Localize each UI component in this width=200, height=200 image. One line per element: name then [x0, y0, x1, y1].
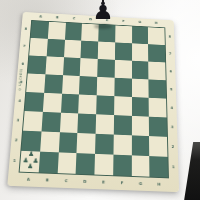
- coordinate-label: C: [66, 17, 83, 21]
- dark-corner-object: [182, 142, 200, 200]
- square-a2: [21, 131, 41, 152]
- square-b3: [41, 112, 60, 132]
- square-d5: [79, 76, 97, 95]
- square-b2: [40, 131, 60, 152]
- square-g6: [132, 61, 149, 80]
- square-b5: [44, 74, 63, 93]
- square-b1: [38, 152, 58, 173]
- square-g5: [132, 79, 149, 98]
- square-g4: [131, 97, 149, 117]
- coordinate-label: G: [131, 182, 149, 187]
- square-c4: [61, 94, 80, 114]
- square-a6: [28, 55, 47, 74]
- coordinate-label: 4: [16, 92, 23, 111]
- vinyl-mat-perspective-wrap: ABCDEFGH ABCDEFGH 87654321 87654321 © US…: [7, 12, 179, 192]
- four-pawn-logo: ♟ ♟ ♟ ♟: [22, 151, 40, 172]
- coordinate-label: 2: [170, 137, 176, 157]
- coordinate-label: 8: [167, 28, 173, 45]
- coordinate-label: H: [150, 182, 168, 187]
- logo-pawn-icon: ♟: [27, 163, 34, 170]
- square-d3: [78, 113, 97, 133]
- photo-of-chessboard: ABCDEFGH ABCDEFGH 87654321 87654321 © US…: [0, 0, 200, 200]
- square-e5: [97, 77, 115, 96]
- square-c2: [58, 132, 77, 153]
- square-a7: [29, 38, 47, 56]
- square-g7: [132, 43, 149, 61]
- square-h2: [149, 136, 167, 157]
- coordinate-label: 3: [169, 118, 175, 138]
- coordinate-label: B: [38, 178, 57, 183]
- square-d1: [76, 153, 95, 174]
- square-d7: [81, 41, 99, 59]
- square-d4: [78, 94, 96, 114]
- coordinate-label: F: [115, 19, 131, 23]
- coordinate-label: 7: [167, 45, 173, 63]
- vinyl-chess-mat: ABCDEFGH ABCDEFGH 87654321 87654321 © US…: [7, 12, 179, 192]
- square-d6: [80, 58, 98, 77]
- coordinate-label: 4: [169, 99, 175, 118]
- square-a3: [23, 111, 43, 131]
- coordinate-label: C: [57, 179, 76, 184]
- square-f2: [113, 135, 131, 156]
- square-a4: [25, 92, 44, 112]
- square-e3: [96, 114, 114, 134]
- square-g3: [131, 116, 149, 136]
- square-f4: [114, 96, 132, 116]
- square-f1: [113, 155, 131, 176]
- square-a5: [26, 73, 45, 92]
- coordinate-label: E: [94, 180, 113, 185]
- square-g8: [132, 26, 149, 44]
- coordinate-label: B: [49, 16, 66, 20]
- square-h6: [148, 62, 165, 81]
- brand-edge-text: © US CHESS: [17, 53, 27, 91]
- square-f8: [115, 25, 132, 43]
- square-g2: [131, 135, 149, 156]
- square-c3: [59, 113, 78, 133]
- coordinate-label: 1: [170, 157, 176, 178]
- square-h8: [148, 27, 165, 45]
- square-h7: [148, 44, 165, 62]
- coordinate-label: A: [32, 15, 49, 19]
- coordinate-label: 6: [168, 63, 174, 81]
- square-c7: [64, 40, 82, 58]
- coordinate-label: 2: [12, 130, 20, 150]
- square-f5: [114, 78, 131, 97]
- square-e6: [97, 59, 114, 78]
- square-b8: [48, 22, 66, 40]
- square-h3: [149, 117, 167, 137]
- square-f3: [114, 115, 132, 135]
- square-h1: [149, 156, 167, 177]
- file-labels-bottom: ABCDEFGH: [19, 177, 168, 186]
- square-h5: [149, 79, 166, 98]
- coordinate-label: H: [148, 21, 164, 25]
- square-b6: [45, 56, 63, 75]
- coordinate-label: 5: [168, 80, 174, 99]
- square-c5: [62, 75, 80, 94]
- square-b7: [46, 39, 64, 57]
- square-a8: [31, 21, 49, 39]
- coordinate-label: 8: [22, 20, 29, 37]
- coordinate-label: G: [132, 20, 148, 24]
- chess-board-grid: [20, 21, 168, 178]
- square-c6: [63, 57, 81, 76]
- square-f7: [115, 42, 132, 60]
- square-h4: [149, 98, 167, 118]
- square-d2: [77, 133, 96, 154]
- square-b4: [43, 93, 62, 113]
- square-f6: [114, 60, 131, 79]
- square-e1: [94, 154, 113, 175]
- coordinate-label: F: [113, 181, 132, 186]
- coordinate-label: A: [19, 177, 38, 182]
- coordinate-label: 1: [11, 150, 19, 171]
- coordinate-label: 3: [14, 111, 22, 131]
- coordinate-label: D: [75, 180, 94, 185]
- square-c1: [57, 152, 77, 173]
- rank-labels-right: 87654321: [167, 28, 177, 177]
- square-g1: [131, 155, 149, 176]
- square-e7: [98, 42, 115, 60]
- square-e4: [96, 95, 114, 115]
- pawn-top-stem: [102, 0, 104, 5]
- square-e2: [95, 134, 114, 155]
- square-c8: [65, 23, 83, 41]
